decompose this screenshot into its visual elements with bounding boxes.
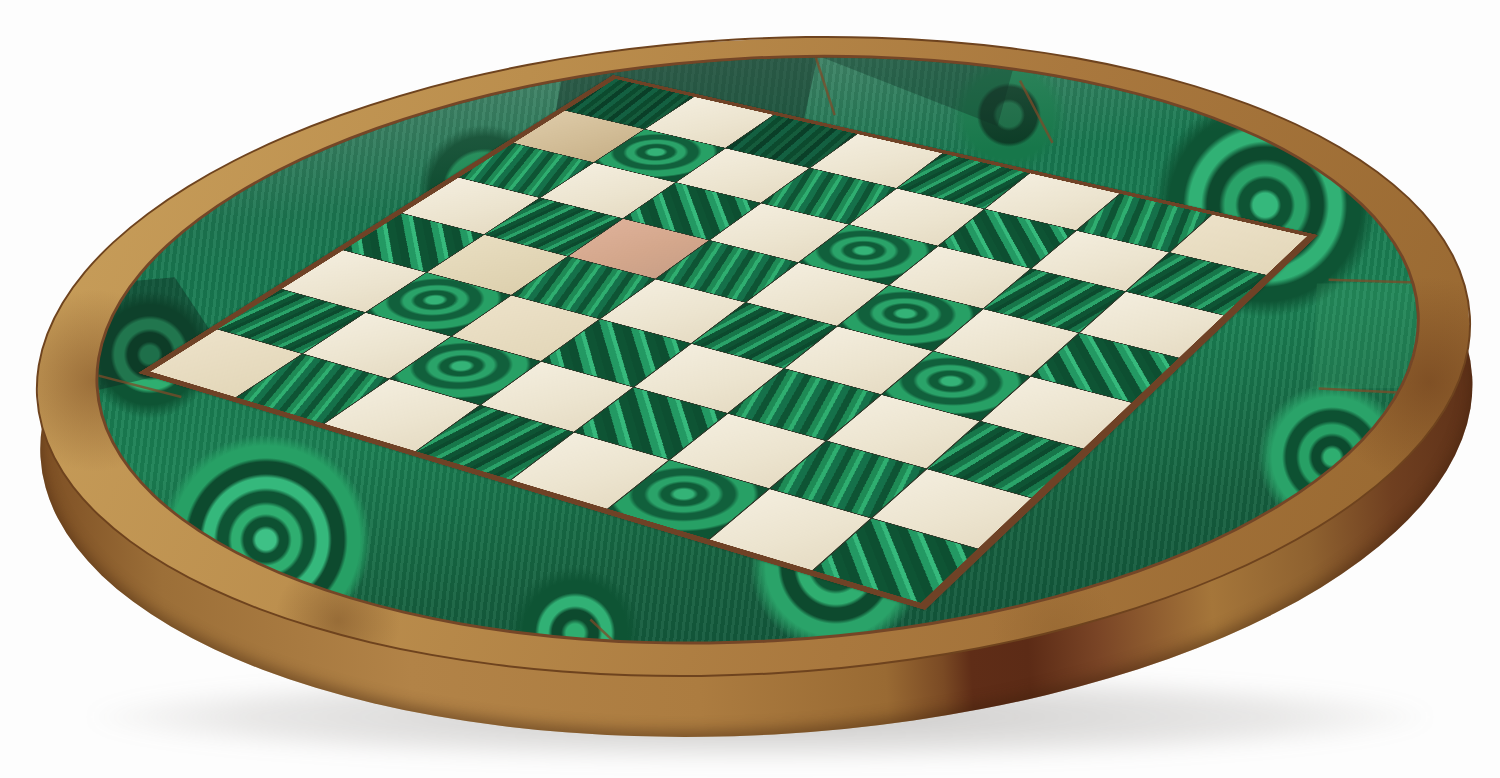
photo-of-malachite-chess-board xyxy=(0,0,1500,778)
